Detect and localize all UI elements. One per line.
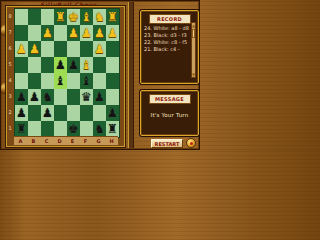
square-f7[interactable]: ♟ (80, 25, 93, 41)
piece-white-b-f8: ♝ (81, 9, 92, 25)
square-f5[interactable]: ♝ (80, 57, 93, 73)
square-f4[interactable]: ♝ (80, 73, 93, 89)
square-b6[interactable]: ♟ (28, 41, 41, 57)
scrollbar-thumb[interactable] (192, 29, 195, 38)
rank-label-7: 7 (6, 24, 14, 40)
square-g1[interactable]: ♞ (93, 121, 106, 137)
square-h4[interactable] (106, 73, 119, 89)
rank-label-3: 3 (6, 88, 14, 104)
piece-black-p-h2: ♟ (107, 105, 118, 121)
square-g6[interactable]: ♟ (93, 41, 106, 57)
square-c3[interactable]: ♞ (41, 89, 54, 105)
move-entry: 23. Black: d3 - f3 (144, 32, 189, 38)
piece-white-p-g6: ♟ (94, 41, 105, 57)
square-b4[interactable] (28, 73, 41, 89)
rank-label-1: 1 (6, 120, 14, 136)
square-e8[interactable]: ♚ (67, 9, 80, 25)
piece-white-p-g7: ♟ (94, 25, 105, 41)
square-g5[interactable] (93, 57, 106, 73)
move-entry: 21. Black: c4 - (144, 46, 189, 52)
square-g3[interactable]: ♟ (93, 89, 106, 105)
piece-black-p-a2: ♟ (16, 105, 27, 121)
square-e3[interactable] (67, 89, 80, 105)
square-f1[interactable] (80, 121, 93, 137)
square-h6[interactable] (106, 41, 119, 57)
restart-button[interactable]: RESTART (151, 139, 183, 148)
scroll-up-icon[interactable]: ▲ (192, 23, 195, 28)
square-d2[interactable] (54, 105, 67, 121)
square-h5[interactable] (106, 57, 119, 73)
square-d5[interactable]: ♟ (54, 57, 67, 73)
piece-white-p-b6: ♟ (29, 41, 40, 57)
record-title: RECORD (149, 14, 191, 24)
square-a7[interactable] (15, 25, 28, 41)
piece-black-p-g3: ♟ (94, 89, 105, 105)
square-g2[interactable] (93, 105, 106, 121)
square-d7[interactable] (54, 25, 67, 41)
square-c5[interactable] (41, 57, 54, 73)
move-entry: 22. White: c8 - f5 (144, 39, 189, 45)
piece-black-b-d4: ♝ (55, 73, 66, 89)
frame-divider (128, 2, 134, 148)
square-f3[interactable]: ♛ (80, 89, 93, 105)
ball-icon[interactable] (186, 138, 196, 148)
square-b2[interactable] (28, 105, 41, 121)
piece-black-b-f4: ♝ (81, 73, 92, 89)
square-g7[interactable]: ♟ (93, 25, 106, 41)
square-e4[interactable] (67, 73, 80, 89)
piece-white-p-f7: ♟ (81, 25, 92, 41)
square-f6[interactable] (80, 41, 93, 57)
square-a1[interactable]: ♜ (15, 121, 28, 137)
square-e6[interactable] (67, 41, 80, 57)
message-panel: MESSAGE It's Your Turn (140, 90, 199, 136)
rank-label-2: 2 (6, 104, 14, 120)
message-text: It's Your Turn (141, 112, 198, 118)
rank-labels: 87654321 (6, 8, 14, 136)
square-h3[interactable] (106, 89, 119, 105)
square-c1[interactable] (41, 121, 54, 137)
square-d3[interactable] (54, 89, 67, 105)
piece-black-r-a1: ♜ (16, 121, 27, 137)
square-h1[interactable]: ♜ (106, 121, 119, 137)
move-list: 24. White: a8 - d823. Black: d3 - f322. … (141, 25, 198, 52)
square-h7[interactable]: ♟ (106, 25, 119, 41)
piece-white-p-h7: ♟ (107, 25, 118, 41)
square-b5[interactable] (28, 57, 41, 73)
piece-black-k-e1: ♚ (68, 121, 79, 137)
square-d8[interactable]: ♜ (54, 9, 67, 25)
piece-black-q-f3: ♛ (81, 89, 92, 105)
square-e7[interactable]: ♟ (67, 25, 80, 41)
file-label-a: A (14, 137, 27, 145)
file-label-d: D (53, 137, 66, 145)
square-h2[interactable]: ♟ (106, 105, 119, 121)
square-f8[interactable]: ♝ (80, 9, 93, 25)
square-a8[interactable] (15, 9, 28, 25)
square-d1[interactable] (54, 121, 67, 137)
square-e5[interactable]: ♟ (67, 57, 80, 73)
square-a5[interactable] (15, 57, 28, 73)
file-label-b: B (27, 137, 40, 145)
rank-label-5: 5 (6, 56, 14, 72)
record-scrollbar[interactable]: ▲ ▼ (191, 22, 196, 78)
square-b7[interactable] (28, 25, 41, 41)
square-c8[interactable] (41, 9, 54, 25)
square-a4[interactable] (15, 73, 28, 89)
chess-board: ♜♚♝♞♜♟♟♟♟♟♟♟♟♟♟♝♝♝♟♟♞♛♟♟♟♟♜♚♞♜ (14, 8, 120, 138)
square-e2[interactable] (67, 105, 80, 121)
square-c7[interactable]: ♟ (41, 25, 54, 41)
rank-label-4: 4 (6, 72, 14, 88)
piece-white-p-a6: ♟ (16, 41, 27, 57)
rank-label-8: 8 (6, 8, 14, 24)
square-d6[interactable] (54, 41, 67, 57)
piece-black-p-c2: ♟ (42, 105, 53, 121)
square-a3[interactable]: ♟ (15, 89, 28, 105)
square-c6[interactable] (41, 41, 54, 57)
piece-white-k-e8: ♚ (68, 9, 79, 25)
file-label-e: E (66, 137, 79, 145)
move-entry: 24. White: a8 - d8 (144, 25, 189, 31)
square-h8[interactable]: ♜ (106, 9, 119, 25)
square-a6[interactable]: ♟ (15, 41, 28, 57)
square-b8[interactable] (28, 9, 41, 25)
square-c4[interactable] (41, 73, 54, 89)
piece-white-r-d8: ♜ (55, 9, 66, 25)
piece-white-r-h8: ♜ (107, 9, 118, 25)
scroll-down-icon[interactable]: ▼ (192, 72, 195, 77)
square-c2[interactable]: ♟ (41, 105, 54, 121)
square-g4[interactable] (93, 73, 106, 89)
square-f2[interactable] (80, 105, 93, 121)
piece-white-p-e7: ♟ (68, 25, 79, 41)
piece-black-n-c3: ♞ (42, 89, 53, 105)
square-e1[interactable]: ♚ (67, 121, 80, 137)
piece-black-p-d5: ♟ (55, 57, 66, 73)
piece-white-p-c7: ♟ (42, 25, 53, 41)
piece-white-b-f5: ♝ (81, 57, 92, 73)
piece-white-n-g8: ♞ (94, 9, 105, 25)
file-label-f: F (79, 137, 92, 145)
record-panel: RECORD 24. White: a8 - d823. Black: d3 -… (140, 10, 199, 84)
file-labels: ABCDEFGH (14, 136, 118, 145)
piece-black-n-g1: ♞ (94, 121, 105, 137)
piece-black-p-b3: ♟ (29, 89, 40, 105)
message-title: MESSAGE (149, 94, 191, 104)
square-b3[interactable]: ♟ (28, 89, 41, 105)
square-d4[interactable]: ♝ (54, 73, 67, 89)
piece-black-r-h1: ♜ (107, 121, 118, 137)
rank-label-6: 6 (6, 40, 14, 56)
square-g8[interactable]: ♞ (93, 9, 106, 25)
file-label-g: G (92, 137, 105, 145)
square-b1[interactable] (28, 121, 41, 137)
file-label-h: H (105, 137, 118, 145)
piece-black-p-a3: ♟ (16, 89, 27, 105)
piece-black-p-e5: ♟ (68, 57, 79, 73)
square-a2[interactable]: ♟ (15, 105, 28, 121)
file-label-c: C (40, 137, 53, 145)
